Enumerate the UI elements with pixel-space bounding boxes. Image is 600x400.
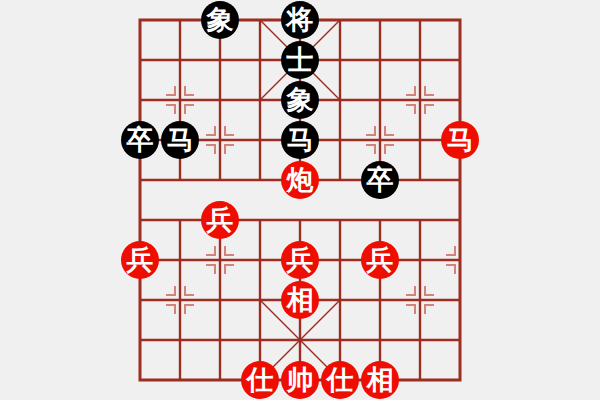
piece-black-advisor[interactable]: 士 — [281, 41, 319, 79]
piece-red-soldier[interactable]: 兵 — [201, 201, 239, 239]
point-marker-corner — [184, 104, 194, 114]
piece-red-general[interactable]: 帅 — [281, 361, 319, 399]
piece-red-cannon[interactable]: 炮 — [281, 161, 319, 199]
piece-red-soldier[interactable]: 兵 — [281, 241, 319, 279]
point-marker-corner — [206, 264, 216, 274]
point-marker-corner — [406, 104, 416, 114]
piece-black-horse[interactable]: 马 — [161, 121, 199, 159]
point-marker-corner — [424, 304, 434, 314]
point-marker-corner — [224, 126, 234, 136]
point-marker-corner — [184, 86, 194, 96]
xiangqi-board[interactable]: 象将士象卒马马马炮卒兵兵兵兵相仕帅仕相 — [0, 0, 600, 400]
point-marker-corner — [406, 304, 416, 314]
piece-black-elephant[interactable]: 象 — [201, 1, 239, 39]
piece-red-soldier[interactable]: 兵 — [121, 241, 159, 279]
point-marker-corner — [366, 126, 376, 136]
point-marker-corner — [446, 264, 456, 274]
piece-red-advisor[interactable]: 仕 — [241, 361, 279, 399]
point-marker-corner — [166, 86, 176, 96]
piece-red-horse[interactable]: 马 — [441, 121, 479, 159]
piece-black-general[interactable]: 将 — [281, 1, 319, 39]
point-marker-corner — [406, 286, 416, 296]
point-marker-corner — [366, 144, 376, 154]
point-marker-corner — [446, 246, 456, 256]
piece-red-elephant[interactable]: 相 — [281, 281, 319, 319]
point-marker-corner — [224, 144, 234, 154]
point-marker-corner — [424, 286, 434, 296]
point-marker-corner — [424, 86, 434, 96]
piece-black-soldier[interactable]: 卒 — [121, 121, 159, 159]
point-marker-corner — [206, 246, 216, 256]
point-marker-corner — [166, 104, 176, 114]
point-marker-corner — [424, 104, 434, 114]
point-marker-corner — [224, 246, 234, 256]
piece-black-soldier[interactable]: 卒 — [361, 161, 399, 199]
point-marker-corner — [166, 304, 176, 314]
point-marker-corner — [206, 144, 216, 154]
piece-black-elephant[interactable]: 象 — [281, 81, 319, 119]
point-marker-corner — [166, 286, 176, 296]
point-marker-corner — [384, 126, 394, 136]
point-marker-corner — [406, 86, 416, 96]
piece-red-advisor[interactable]: 仕 — [321, 361, 359, 399]
piece-red-elephant[interactable]: 相 — [361, 361, 399, 399]
point-marker-corner — [224, 264, 234, 274]
piece-red-soldier[interactable]: 兵 — [361, 241, 399, 279]
point-marker-corner — [184, 286, 194, 296]
point-marker-corner — [206, 126, 216, 136]
piece-black-horse[interactable]: 马 — [281, 121, 319, 159]
point-marker-corner — [384, 144, 394, 154]
point-marker-corner — [184, 304, 194, 314]
